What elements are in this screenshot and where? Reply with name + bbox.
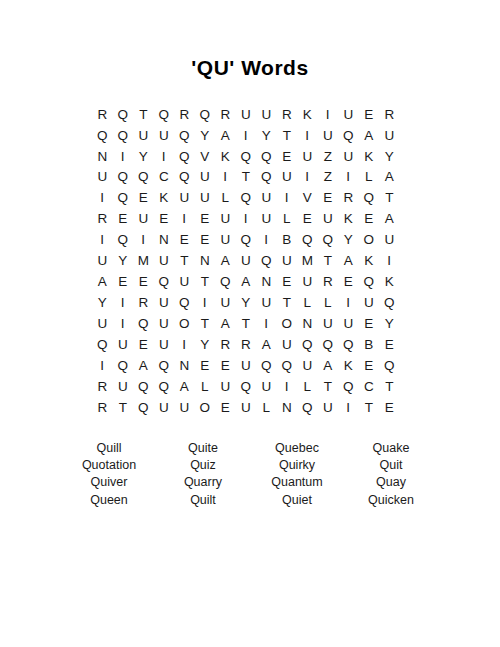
grid-cell[interactable]: L (297, 292, 318, 313)
grid-cell[interactable]: E (277, 146, 298, 167)
grid-cell[interactable]: A (359, 125, 380, 146)
grid-cell[interactable]: K (338, 209, 359, 230)
grid-cell[interactable]: U (318, 209, 339, 230)
grid-cell[interactable]: R (277, 104, 298, 125)
grid-cell[interactable]: Z (318, 146, 339, 167)
grid-cell[interactable]: Q (297, 334, 318, 355)
grid-cell[interactable]: Q (338, 334, 359, 355)
grid-cell[interactable]: Q (133, 167, 154, 188)
grid-cell[interactable]: I (236, 125, 257, 146)
grid-cell[interactable]: Y (92, 292, 113, 313)
grid-cell[interactable]: Q (154, 104, 175, 125)
grid-cell[interactable]: E (338, 271, 359, 292)
grid-cell[interactable]: Q (236, 376, 257, 397)
grid-cell[interactable]: Y (256, 125, 277, 146)
grid-cell[interactable]: L (256, 397, 277, 418)
grid-cell[interactable]: T (318, 250, 339, 271)
grid-cell[interactable]: U (92, 250, 113, 271)
grid-cell[interactable]: R (215, 104, 236, 125)
grid-cell[interactable]: R (92, 376, 113, 397)
grid-cell[interactable]: I (338, 292, 359, 313)
grid-cell[interactable]: Q (318, 230, 339, 251)
page-title: 'QU' Words (0, 56, 500, 80)
grid-cell[interactable]: N (92, 146, 113, 167)
grid-cell[interactable]: U (133, 125, 154, 146)
grid-cell[interactable]: Q (215, 271, 236, 292)
grid-cell[interactable]: I (133, 230, 154, 251)
word-list-item: Quiver (62, 474, 156, 491)
grid-cell[interactable]: Q (174, 167, 195, 188)
grid-cell[interactable]: E (379, 397, 400, 418)
grid-cell[interactable]: I (113, 146, 134, 167)
grid-cell[interactable]: Q (154, 271, 175, 292)
grid-cell[interactable]: E (133, 188, 154, 209)
grid-cell[interactable]: N (174, 355, 195, 376)
grid-cell[interactable]: I (92, 230, 113, 251)
grid-cell[interactable]: K (359, 146, 380, 167)
grid-cell[interactable]: Y (338, 230, 359, 251)
grid-cell[interactable]: Q (154, 376, 175, 397)
grid-cell[interactable]: O (195, 397, 216, 418)
grid-cell[interactable]: I (174, 209, 195, 230)
grid-cell[interactable]: Q (113, 125, 134, 146)
grid-cell[interactable]: A (379, 167, 400, 188)
grid-cell[interactable]: N (256, 271, 277, 292)
grid-cell[interactable]: Y (195, 125, 216, 146)
grid-cell[interactable]: Y (379, 146, 400, 167)
grid-cell[interactable]: A (215, 313, 236, 334)
grid-cell[interactable]: R (92, 397, 113, 418)
grid-cell[interactable]: N (277, 397, 298, 418)
grid-cell[interactable]: Q (174, 292, 195, 313)
grid-cell[interactable]: U (113, 334, 134, 355)
grid-cell[interactable]: A (92, 271, 113, 292)
grid-cell[interactable]: U (338, 104, 359, 125)
grid-cell[interactable]: Y (133, 146, 154, 167)
grid-cell[interactable]: U (338, 146, 359, 167)
grid-cell[interactable]: Q (256, 167, 277, 188)
grid-cell[interactable]: I (277, 376, 298, 397)
grid-cell[interactable]: I (215, 167, 236, 188)
grid-cell[interactable]: E (215, 355, 236, 376)
grid-cell[interactable]: E (277, 271, 298, 292)
word-list-item: Quotation (62, 456, 156, 473)
grid-cell[interactable]: B (277, 230, 298, 251)
grid-cell[interactable]: U (297, 355, 318, 376)
grid-cell[interactable]: U (297, 146, 318, 167)
grid-cell[interactable]: Q (256, 355, 277, 376)
grid-cell[interactable]: U (154, 334, 175, 355)
grid-cell[interactable]: I (174, 334, 195, 355)
grid-cell[interactable]: T (113, 397, 134, 418)
grid-cell[interactable]: U (297, 271, 318, 292)
grid-cell[interactable]: I (154, 146, 175, 167)
grid-cell[interactable]: U (277, 250, 298, 271)
grid-cell[interactable]: T (277, 292, 298, 313)
grid-cell[interactable]: U (215, 230, 236, 251)
grid-cell[interactable]: A (256, 334, 277, 355)
grid-cell[interactable]: Q (133, 313, 154, 334)
grid-cell[interactable]: U (236, 397, 257, 418)
word-list-item: Quake (344, 439, 438, 456)
grid-cell[interactable]: T (318, 376, 339, 397)
word-list-item: Quay (344, 474, 438, 491)
grid-cell[interactable]: R (338, 188, 359, 209)
grid-cell[interactable]: U (256, 292, 277, 313)
grid-cell[interactable]: L (215, 188, 236, 209)
grid-cell[interactable]: I (338, 167, 359, 188)
grid-cell[interactable]: Q (297, 397, 318, 418)
grid-cell[interactable]: Y (195, 334, 216, 355)
word-list-item: Quit (344, 456, 438, 473)
grid-cell[interactable]: C (359, 376, 380, 397)
grid-cell[interactable]: B (359, 334, 380, 355)
grid-cell[interactable]: Q (359, 271, 380, 292)
grid-cell[interactable]: K (338, 355, 359, 376)
word-list-item: Quantum (250, 474, 344, 491)
grid-cell[interactable]: I (92, 355, 113, 376)
grid-cell[interactable]: E (318, 188, 339, 209)
grid-cell[interactable]: R (318, 271, 339, 292)
grid-cell[interactable]: N (154, 230, 175, 251)
grid-cell[interactable]: L (318, 292, 339, 313)
grid-cell[interactable]: A (174, 376, 195, 397)
grid-cell[interactable]: T (236, 313, 257, 334)
grid-cell[interactable]: L (359, 167, 380, 188)
grid-cell[interactable]: I (256, 230, 277, 251)
grid-cell[interactable]: Q (338, 125, 359, 146)
grid-cell[interactable]: U (92, 313, 113, 334)
grid-cell[interactable]: I (338, 397, 359, 418)
grid-cell[interactable]: Q (318, 334, 339, 355)
grid-cell[interactable]: A (338, 250, 359, 271)
grid-cell[interactable]: I (379, 250, 400, 271)
grid-cell[interactable]: I (236, 209, 257, 230)
word-list-item: Quarry (156, 474, 250, 491)
word-list: QuillQuiteQuebecQuakeQuotationQuizQuirky… (62, 439, 438, 508)
grid-cell[interactable]: U (256, 104, 277, 125)
grid-cell[interactable]: U (92, 167, 113, 188)
grid-cell[interactable]: U (277, 167, 298, 188)
grid-cell[interactable]: Q (236, 188, 257, 209)
grid-cell[interactable]: Q (236, 230, 257, 251)
grid-cell[interactable]: K (379, 271, 400, 292)
grid-cell[interactable]: U (154, 292, 175, 313)
grid-cell[interactable]: Y (236, 292, 257, 313)
word-list-item: Quirky (250, 456, 344, 473)
grid-cell[interactable]: Q (92, 125, 113, 146)
grid-cell[interactable]: M (133, 250, 154, 271)
grid-cell[interactable]: R (215, 334, 236, 355)
grid-cell[interactable]: R (92, 209, 113, 230)
grid-cell[interactable]: N (297, 313, 318, 334)
grid-cell[interactable]: U (195, 167, 216, 188)
grid-cell[interactable]: U (215, 209, 236, 230)
word-list-item: Quilt (156, 491, 250, 508)
grid-cell[interactable]: E (297, 209, 318, 230)
grid-cell[interactable]: T (133, 104, 154, 125)
grid-cell[interactable]: U (154, 125, 175, 146)
word-search-grid: RQTQRQRUURKIUERQQUUQYAIYTIUQAUNIYIQVKQQE… (92, 104, 400, 418)
grid-cell[interactable]: V (297, 188, 318, 209)
grid-cell[interactable]: U (154, 250, 175, 271)
grid-cell[interactable]: E (359, 355, 380, 376)
grid-cell[interactable]: I (92, 188, 113, 209)
grid-cell[interactable]: O (174, 313, 195, 334)
grid-cell[interactable]: E (195, 209, 216, 230)
grid-cell[interactable]: C (154, 167, 175, 188)
word-list-item: Quill (62, 439, 156, 456)
grid-cell[interactable]: Q (174, 125, 195, 146)
grid-cell[interactable]: Y (113, 250, 134, 271)
grid-cell[interactable]: E (359, 209, 380, 230)
grid-cell[interactable]: U (318, 125, 339, 146)
grid-cell[interactable]: T (195, 271, 216, 292)
grid-cell[interactable]: E (133, 271, 154, 292)
grid-cell[interactable]: A (215, 250, 236, 271)
grid-cell[interactable]: T (379, 188, 400, 209)
grid-cell[interactable]: T (195, 313, 216, 334)
grid-cell[interactable]: Q (113, 355, 134, 376)
grid-cell[interactable]: R (92, 104, 113, 125)
grid-cell[interactable]: Q (379, 355, 400, 376)
grid-cell[interactable]: A (236, 271, 257, 292)
grid-cell[interactable]: U (174, 271, 195, 292)
grid-cell[interactable]: U (277, 334, 298, 355)
grid-cell[interactable]: L (195, 376, 216, 397)
grid-cell[interactable]: E (174, 230, 195, 251)
grid-cell[interactable]: I (113, 313, 134, 334)
grid-cell[interactable]: T (174, 250, 195, 271)
grid-cell[interactable]: E (359, 313, 380, 334)
grid-cell[interactable]: E (215, 397, 236, 418)
grid-cell[interactable]: A (379, 209, 400, 230)
grid-cell[interactable]: T (277, 125, 298, 146)
grid-cell[interactable]: Q (379, 292, 400, 313)
grid-cell[interactable]: E (379, 334, 400, 355)
grid-cell[interactable]: K (297, 104, 318, 125)
grid-cell[interactable]: U (215, 292, 236, 313)
grid-cell[interactable]: Y (379, 313, 400, 334)
grid-cell[interactable]: T (359, 397, 380, 418)
grid-cell[interactable]: U (256, 188, 277, 209)
grid-cell[interactable]: Q (236, 146, 257, 167)
grid-cell[interactable]: R (133, 292, 154, 313)
grid-cell[interactable]: I (256, 313, 277, 334)
grid-cell[interactable]: U (174, 397, 195, 418)
grid-cell[interactable]: U (318, 397, 339, 418)
grid-cell[interactable]: E (195, 230, 216, 251)
grid-cell[interactable]: R (236, 334, 257, 355)
grid-cell[interactable]: Q (297, 230, 318, 251)
grid-cell[interactable]: U (256, 209, 277, 230)
grid-cell[interactable]: U (133, 209, 154, 230)
grid-cell[interactable]: E (133, 334, 154, 355)
grid-cell[interactable]: R (174, 104, 195, 125)
grid-cell[interactable]: Q (92, 334, 113, 355)
grid-cell[interactable]: Q (133, 376, 154, 397)
grid-cell[interactable]: O (277, 313, 298, 334)
grid-cell[interactable]: N (195, 250, 216, 271)
grid-cell[interactable]: U (359, 292, 380, 313)
grid-cell[interactable]: Z (318, 167, 339, 188)
grid-cell[interactable]: O (359, 230, 380, 251)
grid-cell[interactable]: Q (359, 188, 380, 209)
grid-cell[interactable]: Q (113, 104, 134, 125)
grid-cell[interactable]: U (154, 313, 175, 334)
grid-cell[interactable]: Q (154, 355, 175, 376)
word-list-item: Queen (62, 491, 156, 508)
grid-cell[interactable]: E (113, 209, 134, 230)
grid-cell[interactable]: Q (133, 397, 154, 418)
grid-cell[interactable]: T (379, 376, 400, 397)
grid-cell[interactable]: Q (113, 188, 134, 209)
grid-cell[interactable]: I (297, 125, 318, 146)
grid-cell[interactable]: A (318, 355, 339, 376)
word-list-item: Quiet (250, 491, 344, 508)
grid-cell[interactable]: U (113, 376, 134, 397)
grid-cell[interactable]: U (195, 188, 216, 209)
grid-cell[interactable]: Q (338, 376, 359, 397)
grid-cell[interactable]: U (338, 313, 359, 334)
grid-cell[interactable]: U (154, 397, 175, 418)
grid-cell[interactable]: A (133, 355, 154, 376)
grid-cell[interactable]: I (195, 292, 216, 313)
grid-cell[interactable]: T (236, 167, 257, 188)
grid-cell[interactable]: Q (256, 146, 277, 167)
grid-cell[interactable]: U (379, 230, 400, 251)
grid-cell[interactable]: Q (113, 230, 134, 251)
grid-cell[interactable]: K (154, 188, 175, 209)
grid-cell[interactable]: U (236, 355, 257, 376)
grid-cell[interactable]: Q (277, 355, 298, 376)
grid-cell[interactable]: E (359, 104, 380, 125)
grid-cell[interactable]: U (256, 376, 277, 397)
grid-cell[interactable]: E (154, 209, 175, 230)
grid-cell[interactable]: Q (256, 250, 277, 271)
grid-cell[interactable]: L (277, 209, 298, 230)
grid-cell[interactable]: A (215, 125, 236, 146)
grid-cell[interactable]: I (113, 292, 134, 313)
grid-cell[interactable]: U (379, 125, 400, 146)
grid-cell[interactable]: V (195, 146, 216, 167)
grid-cell[interactable]: E (195, 355, 216, 376)
grid-cell[interactable]: Q (113, 167, 134, 188)
grid-cell[interactable]: I (318, 104, 339, 125)
grid-cell[interactable]: U (174, 188, 195, 209)
word-list-item: Quicken (344, 491, 438, 508)
grid-cell[interactable]: I (297, 167, 318, 188)
grid-cell[interactable]: U (318, 313, 339, 334)
grid-cell[interactable]: M (297, 250, 318, 271)
grid-cell[interactable]: R (379, 104, 400, 125)
grid-cell[interactable]: Q (174, 146, 195, 167)
grid-cell[interactable]: Q (195, 104, 216, 125)
grid-cell[interactable]: I (277, 188, 298, 209)
word-list-item: Quite (156, 439, 250, 456)
grid-cell[interactable]: U (236, 104, 257, 125)
grid-cell[interactable]: K (215, 146, 236, 167)
word-list-item: Quiz (156, 456, 250, 473)
grid-cell[interactable]: E (113, 271, 134, 292)
grid-cell[interactable]: U (236, 250, 257, 271)
grid-cell[interactable]: K (359, 250, 380, 271)
grid-cell[interactable]: U (215, 376, 236, 397)
grid-cell[interactable]: L (297, 376, 318, 397)
word-list-item: Quebec (250, 439, 344, 456)
